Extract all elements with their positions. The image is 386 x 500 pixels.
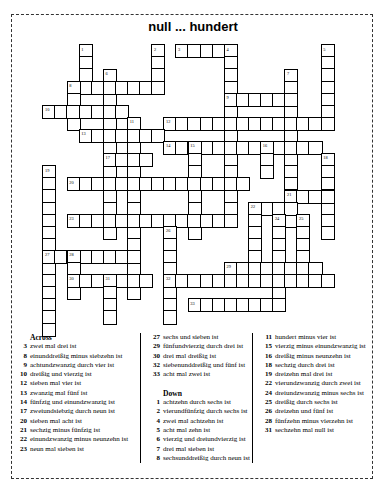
clue-number: 7 [145, 445, 163, 454]
grid-cell[interactable] [104, 106, 116, 118]
grid-cell[interactable] [213, 299, 225, 311]
clue-number: 3 [12, 342, 30, 351]
grid-cell[interactable] [249, 227, 261, 239]
grid-cell[interactable] [249, 94, 261, 106]
grid-cell[interactable] [164, 251, 176, 263]
clue-number: 6 [145, 435, 163, 444]
grid-cell[interactable] [249, 118, 261, 130]
grid-number-10: 10 [45, 107, 49, 112]
grid-cell[interactable] [201, 178, 213, 190]
clue-item-8: 8sechsunddreißig durch neun ist [145, 454, 252, 463]
grid-cell[interactable] [213, 215, 225, 227]
grid-number-12: 12 [166, 119, 170, 124]
clue-number: 8 [12, 352, 30, 361]
clue-number: 19 [257, 370, 275, 379]
grid-cell[interactable] [213, 275, 225, 287]
clue-number: 22 [257, 379, 275, 388]
grid-cell[interactable] [237, 94, 249, 106]
grid-cell[interactable] [322, 227, 334, 239]
grid-cell[interactable] [104, 130, 116, 142]
clue-text: vierzig und dreiundvierzig ist [163, 435, 252, 444]
grid-cell[interactable] [297, 227, 309, 239]
grid-cell[interactable] [225, 118, 237, 130]
grid-cell[interactable] [92, 106, 104, 118]
grid-number-15: 15 [190, 143, 194, 148]
grid-cell[interactable] [43, 227, 55, 239]
grid-number-2: 2 [154, 47, 156, 52]
grid-number-23: 23 [69, 216, 73, 221]
grid-cell[interactable] [43, 215, 55, 227]
clue-number: 1 [145, 398, 163, 407]
grid-cell[interactable] [128, 215, 140, 227]
grid-cell[interactable] [237, 275, 249, 287]
grid-cell[interactable] [43, 178, 55, 190]
grid-cell[interactable] [92, 178, 104, 190]
grid-cell[interactable] [237, 299, 249, 311]
clue-item-30: 30drei mal dreißig ist [145, 352, 252, 361]
grid-number-30: 30 [69, 276, 73, 281]
clue-text: dreißig minus neunzehn ist [275, 352, 372, 361]
grid-cell[interactable] [43, 311, 55, 323]
clue-number: 27 [145, 333, 163, 342]
grid-cell[interactable] [297, 275, 309, 287]
clue-item-9: 9achtundzwanzig durch vier ist [12, 361, 140, 370]
grid-cell[interactable] [104, 299, 116, 311]
clue-item-13: 13zwanzig mal fünf ist [12, 389, 140, 398]
clue-text: vierundfünfzig durch sechs ist [163, 407, 252, 416]
grid-cell[interactable] [140, 82, 152, 94]
grid-cell[interactable] [225, 69, 237, 81]
grid-cell[interactable] [201, 45, 213, 57]
clue-item-22: 22einundzwanzig minus neunzehn ist [12, 435, 140, 444]
clue-number: 28 [257, 417, 275, 426]
clue-item-16: 16dreißig minus neunzehn ist [257, 352, 372, 361]
grid-cell[interactable] [80, 178, 92, 190]
clue-text: sechzig durch drei ist [275, 361, 372, 370]
grid-cell[interactable] [140, 178, 152, 190]
clue-text: achtundzwanzig durch vier ist [30, 361, 140, 370]
clue-number: 23 [12, 445, 30, 454]
clue-text: acht mal zwei ist [163, 370, 252, 379]
clue-number: 29 [145, 342, 163, 351]
grid-number-19: 19 [45, 168, 49, 173]
grid-cell[interactable] [225, 178, 237, 190]
grid-cell[interactable] [189, 154, 201, 166]
clue-text: sechzig minus fünfzig ist [30, 426, 140, 435]
grid-cell[interactable] [285, 166, 297, 178]
grid-cell[interactable] [92, 215, 104, 227]
clue-number: 2 [145, 407, 163, 416]
word-box-33A [188, 298, 287, 312]
word-box-9A [224, 93, 299, 107]
grid-cell[interactable] [189, 190, 201, 202]
clue-item-17: 17zweiundsiebzig durch neun ist [12, 407, 140, 416]
grid-cell[interactable] [322, 166, 334, 178]
clue-item-14: 14fünfzig und einundzwanzig ist [12, 398, 140, 407]
grid-cell[interactable] [164, 239, 176, 251]
grid-number-32: 32 [166, 276, 170, 281]
grid-number-31: 31 [106, 276, 110, 281]
grid-cell[interactable] [249, 275, 261, 287]
grid-cell[interactable] [116, 275, 128, 287]
grid-cell[interactable] [176, 178, 188, 190]
clue-item-12: 12sieben mal vier ist [12, 379, 140, 388]
grid-number-21: 21 [287, 192, 291, 197]
grid-cell[interactable] [43, 203, 55, 215]
grid-cell[interactable] [201, 215, 213, 227]
grid-cell[interactable] [249, 215, 261, 227]
clue-number: 22 [12, 435, 30, 444]
grid-number-17: 17 [106, 155, 110, 160]
grid-number-4: 4 [227, 47, 229, 52]
grid-number-14: 14 [166, 143, 170, 148]
grid-cell[interactable] [188, 118, 200, 130]
grid-cell[interactable] [273, 275, 285, 287]
grid-cell[interactable] [309, 191, 321, 203]
grid-number-16: 16 [263, 143, 267, 148]
grid-cell[interactable] [261, 94, 273, 106]
grid-cell[interactable] [92, 82, 104, 94]
clue-number: 25 [257, 398, 275, 407]
clue-item-5: 5acht mal zehn ist [145, 426, 252, 435]
grid-cell[interactable] [140, 275, 152, 287]
grid-number-3: 3 [178, 47, 180, 52]
clue-number: 18 [257, 361, 275, 370]
grid-cell[interactable] [225, 154, 237, 166]
grid-cell[interactable] [104, 178, 116, 190]
clue-text: fünfzehn minus vierzehn ist [275, 417, 372, 426]
word-box-32A [163, 274, 334, 288]
clue-number: 11 [257, 333, 275, 342]
clue-text: dreiundzwanzig minus sechs ist [275, 389, 372, 398]
grid-number-5: 5 [323, 47, 325, 52]
word-box-23A [67, 214, 238, 228]
clue-text: sechs und sieben ist [163, 333, 252, 342]
clue-text: zwei mal drei ist [30, 342, 140, 351]
grid-cell[interactable] [201, 118, 213, 130]
grid-cell[interactable] [104, 287, 116, 299]
grid-cell[interactable] [322, 82, 334, 94]
clue-number: 30 [145, 352, 163, 361]
grid-number-6: 6 [106, 71, 108, 76]
grid-cell[interactable] [285, 118, 297, 130]
grid-cell[interactable] [116, 130, 128, 142]
grid-cell[interactable] [225, 190, 237, 202]
clue-item-24: 24dreiundzwanzig minus sechs ist [257, 389, 372, 398]
grid-cell[interactable] [261, 275, 273, 287]
clue-text: sieben mal acht ist [30, 417, 140, 426]
grid-cell[interactable] [43, 287, 55, 299]
grid-cell[interactable] [249, 299, 261, 311]
grid-cell[interactable] [104, 311, 116, 323]
grid-cell[interactable] [92, 130, 104, 142]
grid-cell[interactable] [188, 178, 200, 190]
clue-text: dreizehn mal drei ist [275, 370, 372, 379]
clues-column-middle: 27sechs und sieben ist29fünfundvierzig d… [140, 333, 252, 463]
clue-item-7: 7drei mal sieben ist [145, 445, 252, 454]
grid-cell[interactable] [273, 142, 285, 154]
grid-cell[interactable] [273, 118, 285, 130]
word-box-17A [103, 153, 153, 167]
grid-cell[interactable] [189, 227, 201, 239]
grid-cell[interactable] [273, 227, 285, 239]
clue-number: 8 [145, 454, 163, 463]
grid-cell[interactable] [261, 299, 273, 311]
grid-number-7: 7 [287, 71, 289, 76]
grid-cell[interactable] [322, 191, 334, 203]
grid-cell[interactable] [176, 275, 188, 287]
grid-cell[interactable] [116, 154, 128, 166]
clue-text: dreißig durch sechs ist [275, 398, 372, 407]
grid-cell[interactable] [285, 154, 297, 166]
down-header: Down [145, 389, 252, 398]
grid-number-29: 29 [227, 264, 231, 269]
grid-cell[interactable] [188, 215, 200, 227]
clue-item-8: 8einunddreißig minus siebzehn ist [12, 352, 140, 361]
clues-section: Across 3zwei mal drei ist8einunddreißig … [12, 333, 372, 463]
grid-cell[interactable] [225, 275, 237, 287]
grid-cell[interactable] [164, 178, 176, 190]
clue-text: hundert minus vier ist [275, 333, 372, 342]
clue-item-27: 27sechs und sieben ist [145, 333, 252, 342]
grid-cell[interactable] [116, 215, 128, 227]
down-clue-list: 1achtzehn durch sechs ist2vierundfünfzig… [145, 398, 252, 463]
grid-cell[interactable] [322, 57, 334, 69]
grid-cell[interactable] [176, 118, 188, 130]
grid-number-13: 13 [81, 131, 85, 136]
clue-text: achtzehn durch sechs ist [163, 398, 252, 407]
grid-cell[interactable] [55, 106, 67, 118]
clue-text: einunddreißig minus siebzehn ist [30, 352, 140, 361]
clue-number: 12 [12, 379, 30, 388]
grid-cell[interactable] [80, 251, 92, 263]
grid-cell[interactable] [225, 299, 237, 311]
grid-cell[interactable] [80, 82, 92, 94]
clue-number: 21 [12, 426, 30, 435]
grid-cell[interactable] [80, 57, 92, 69]
grid-cell[interactable] [309, 118, 321, 130]
grid-cell[interactable] [128, 82, 140, 94]
word-box-27A [42, 250, 141, 264]
word-box-11D [127, 117, 141, 301]
grid-cell[interactable] [273, 299, 285, 311]
grid-cell[interactable] [273, 94, 285, 106]
clue-item-33: 33acht mal zwei ist [145, 370, 252, 379]
grid-cell[interactable] [213, 118, 225, 130]
grid-cell[interactable] [67, 106, 79, 118]
clue-number: 32 [145, 361, 163, 370]
grid-cell[interactable] [201, 142, 213, 154]
clues-column-across: Across 3zwei mal drei ist8einunddreißig … [12, 333, 140, 463]
grid-cell[interactable] [68, 287, 80, 299]
clue-number: 31 [257, 426, 275, 435]
clue-item-21: 21sechzig minus fünfzig ist [12, 426, 140, 435]
grid-number-25: 25 [299, 216, 303, 221]
grid-cell[interactable] [80, 215, 92, 227]
grid-cell[interactable] [152, 178, 164, 190]
clue-text: fünfzig und einundzwanzig ist [30, 398, 140, 407]
clue-item-29: 29fünfundvierzig durch drei ist [145, 342, 252, 351]
word-box-8A [67, 81, 166, 95]
clue-item-31: 31sechzehn mal null ist [257, 426, 372, 435]
grid-cell[interactable] [237, 178, 249, 190]
grid-cell[interactable] [188, 45, 200, 57]
grid-number-27: 27 [45, 252, 49, 257]
grid-cell[interactable] [201, 299, 213, 311]
grid-cell[interactable] [261, 154, 273, 166]
word-box-12A [163, 117, 334, 131]
grid-cell[interactable] [43, 275, 55, 287]
grid-cell[interactable] [213, 178, 225, 190]
grid-cell[interactable] [237, 142, 249, 154]
grid-cell[interactable] [92, 251, 104, 263]
clue-item-18: 18sechzig durch drei ist [257, 361, 372, 370]
clue-item-20: 20sieben mal acht ist [12, 417, 140, 426]
grid-cell[interactable] [104, 251, 116, 263]
grid-cell[interactable] [140, 130, 152, 142]
grid-cell[interactable] [104, 227, 116, 239]
grid-cell[interactable] [152, 82, 164, 94]
clue-item-28: 28fünfzehn minus vierzehn ist [257, 417, 372, 426]
grid-cell[interactable] [297, 239, 309, 251]
spacer [145, 379, 252, 388]
across-clue-list: 3zwei mal drei ist8einunddreißig minus s… [12, 342, 140, 454]
clue-number: 17 [12, 407, 30, 416]
grid-cell[interactable] [201, 275, 213, 287]
grid-cell[interactable] [128, 178, 140, 190]
grid-cell[interactable] [322, 94, 334, 106]
grid-cell[interactable] [128, 130, 140, 142]
grid-cell[interactable] [237, 118, 249, 130]
grid-cell[interactable] [285, 94, 297, 106]
grid-cell[interactable] [273, 239, 285, 251]
clue-text: acht mal zehn ist [163, 426, 252, 435]
grid-number-26: 26 [166, 228, 170, 233]
grid-cell[interactable] [176, 215, 188, 227]
clue-item-2: 2vierundfünfzig durch sechs ist [145, 407, 252, 416]
clue-item-15: 15vierzig minus einundzwanzig ist [257, 342, 372, 351]
clue-text: einundzwanzig minus neunzehn ist [30, 435, 140, 444]
clue-item-1: 1achtzehn durch sechs ist [145, 398, 252, 407]
across-header: Across [12, 333, 140, 342]
grid-cell[interactable] [128, 227, 140, 239]
grid-cell[interactable] [322, 118, 334, 130]
clue-number: 24 [257, 389, 275, 398]
grid-number-33: 33 [190, 301, 194, 306]
grid-cell[interactable] [322, 203, 334, 215]
clue-text: drei mal dreißig ist [163, 352, 252, 361]
grid-cell[interactable] [213, 142, 225, 154]
grid-cell[interactable] [285, 275, 297, 287]
grid-cell[interactable] [152, 57, 164, 69]
grid-cell[interactable] [43, 299, 55, 311]
grid-cell[interactable] [309, 275, 321, 287]
clue-text: dreizehn und fünf ist [275, 407, 372, 416]
clue-number: 16 [257, 352, 275, 361]
clue-item-26: 26dreizehn und fünf ist [257, 407, 372, 416]
clue-item-3: 3zwei mal drei ist [12, 342, 140, 351]
clue-item-4: 4zwei mal achtzehn ist [145, 417, 252, 426]
grid-cell[interactable] [297, 118, 309, 130]
grid-cell[interactable] [225, 142, 237, 154]
grid-cell[interactable] [322, 215, 334, 227]
grid-cell[interactable] [128, 275, 140, 287]
grid-cell[interactable] [188, 275, 200, 287]
grid-number-28: 28 [69, 252, 73, 257]
grid-cell[interactable] [128, 287, 140, 299]
clue-text: zwanzig mal fünf ist [30, 389, 140, 398]
grid-cell[interactable] [128, 190, 140, 202]
clue-number: 20 [12, 417, 30, 426]
grid-number-22: 22 [251, 204, 255, 209]
grid-number-24: 24 [275, 216, 279, 221]
word-box-22D [248, 202, 262, 265]
clue-item-25: 25dreißig durch sechs ist [257, 398, 372, 407]
clue-text: sechzehn mal null ist [275, 426, 372, 435]
word-box-4D [224, 44, 238, 228]
clue-number: 5 [145, 426, 163, 435]
grid-number-18: 18 [323, 155, 327, 160]
grid-number-8: 8 [69, 83, 71, 88]
grid-cell[interactable] [116, 251, 128, 263]
grid-cell[interactable] [116, 82, 128, 94]
grid-cell[interactable] [322, 275, 334, 287]
worksheet-page: null ... hundert 12345678910111213141516… [0, 0, 386, 500]
grid-cell[interactable] [116, 178, 128, 190]
clues-column-down: 11hundert minus vier ist15vierzig minus … [252, 333, 372, 463]
clue-text: sechsunddreißig durch neun ist [163, 454, 252, 463]
grid-cell[interactable] [80, 275, 92, 287]
grid-cell[interactable] [297, 191, 309, 203]
grid-cell[interactable] [225, 57, 237, 69]
grid-cell[interactable] [261, 118, 273, 130]
grid-cell[interactable] [164, 299, 176, 311]
clue-number: 4 [145, 417, 163, 426]
grid-cell[interactable] [43, 190, 55, 202]
clue-item-22: 22vierundzwanzig durch zwei ist [257, 379, 372, 388]
grid-cell[interactable] [285, 142, 297, 154]
grid-cell[interactable] [104, 190, 116, 202]
grid-cell[interactable] [140, 154, 152, 166]
grid-cell[interactable] [128, 154, 140, 166]
grid-cell[interactable] [322, 69, 334, 81]
clue-item-23: 23neun mal sieben ist [12, 445, 140, 454]
grid-number-9: 9 [227, 95, 229, 100]
clue-number: 13 [12, 389, 30, 398]
clue-text: zwei mal achtzehn ist [163, 417, 252, 426]
grid-cell[interactable] [104, 215, 116, 227]
word-box-13A [79, 129, 166, 143]
grid-cell[interactable] [140, 215, 152, 227]
grid-cell[interactable] [261, 166, 273, 178]
grid-cell[interactable] [80, 106, 92, 118]
clue-text: vierundzwanzig durch zwei ist [275, 379, 372, 388]
clue-text: fünfundvierzig durch drei ist [163, 342, 252, 351]
clue-number: 26 [257, 407, 275, 416]
clue-text: vierzig minus einundzwanzig ist [275, 342, 372, 351]
word-box-31D [103, 274, 117, 324]
grid-cell[interactable] [249, 239, 261, 251]
grid-cell[interactable] [164, 311, 176, 323]
grid-cell[interactable] [164, 287, 176, 299]
grid-cell[interactable] [225, 215, 237, 227]
clue-item-6: 6vierzig und dreiundvierzig ist [145, 435, 252, 444]
grid-cell[interactable] [297, 142, 309, 154]
grid-cell[interactable] [128, 251, 140, 263]
grid-cell[interactable] [43, 263, 55, 275]
grid-cell[interactable] [104, 82, 116, 94]
clue-item-10: 10dreißig und vierzig ist [12, 370, 140, 379]
